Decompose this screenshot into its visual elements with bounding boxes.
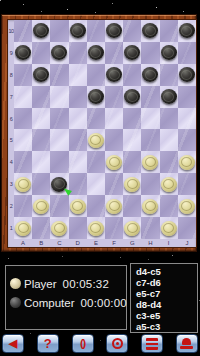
square-f6[interactable] [105,108,123,130]
dark-piece[interactable] [179,67,195,82]
dark-piece[interactable] [33,23,49,38]
square-a4[interactable] [14,151,32,173]
square-i2[interactable] [160,195,178,217]
square-e3[interactable] [87,173,105,195]
file-label: E [87,239,105,247]
square-f4[interactable] [105,151,123,173]
square-j2[interactable] [178,195,196,217]
square-h7[interactable] [141,86,159,108]
square-b7[interactable] [32,86,50,108]
exit-button[interactable] [176,334,198,353]
square-c5[interactable] [50,129,68,151]
square-c3[interactable] [50,173,68,195]
square-e5[interactable] [87,129,105,151]
square-c8[interactable] [50,64,68,86]
computer-clock: 00:00:00 [81,297,127,309]
back-arrow-icon: ◀ [9,338,17,349]
square-h2[interactable] [141,195,159,217]
square-e7[interactable] [87,86,105,108]
square-d9[interactable] [69,42,87,64]
dark-piece[interactable] [142,23,158,38]
square-i8[interactable] [160,64,178,86]
square-f2[interactable] [105,195,123,217]
square-e1[interactable] [87,217,105,239]
move-entry: c3-e5 [136,310,197,321]
square-e10[interactable] [87,20,105,42]
dark-piece[interactable] [88,89,104,104]
light-piece[interactable] [33,199,49,214]
square-h8[interactable] [141,64,159,86]
computer-row: Computer 00:00:00 [10,293,126,312]
file-label: G [123,239,141,247]
square-i6[interactable] [160,108,178,130]
light-piece[interactable] [161,177,177,192]
square-g6[interactable] [123,108,141,130]
light-piece[interactable] [124,177,140,192]
square-a10[interactable] [14,20,32,42]
square-j5[interactable] [178,129,196,151]
square-h5[interactable] [141,129,159,151]
square-b4[interactable] [32,151,50,173]
square-g1[interactable] [123,217,141,239]
square-f1[interactable] [105,217,123,239]
eye-icon [112,338,123,349]
square-h9[interactable] [141,42,159,64]
light-piece[interactable] [15,177,31,192]
square-b1[interactable] [32,217,50,239]
move-entry: e5-c7 [136,288,197,299]
square-f8[interactable] [105,64,123,86]
light-piece-icon [10,278,21,289]
file-labels: ABCDEFGHIJ [14,239,196,247]
dark-piece[interactable] [33,67,49,82]
light-piece[interactable] [88,221,104,236]
light-piece[interactable] [124,221,140,236]
light-piece[interactable] [15,221,31,236]
square-j6[interactable] [178,108,196,130]
file-label: D [69,239,87,247]
square-e4[interactable] [87,151,105,173]
square-g3[interactable] [123,173,141,195]
square-f3[interactable] [105,173,123,195]
square-c10[interactable] [50,20,68,42]
square-a7[interactable] [14,86,32,108]
square-g7[interactable] [123,86,141,108]
square-c1[interactable] [50,217,68,239]
dark-piece[interactable] [70,23,86,38]
move-entry: d4-c5 [136,266,197,277]
square-a9[interactable] [14,42,32,64]
square-j4[interactable] [178,151,196,173]
dark-piece[interactable] [124,89,140,104]
dark-piece[interactable] [179,23,195,38]
square-a3[interactable] [14,173,32,195]
exit-icon [180,338,193,349]
square-h10[interactable] [141,20,159,42]
dark-piece[interactable] [106,23,122,38]
square-a2[interactable] [14,195,32,217]
question-mark-icon: ? [44,337,52,350]
square-e2[interactable] [87,195,105,217]
square-f9[interactable] [105,42,123,64]
dark-piece[interactable] [51,177,67,192]
square-e6[interactable] [87,108,105,130]
square-c9[interactable] [50,42,68,64]
dark-piece[interactable] [106,67,122,82]
square-a5[interactable] [14,129,32,151]
square-f5[interactable] [105,129,123,151]
light-piece[interactable] [142,199,158,214]
player-name: Player [24,278,57,290]
square-b10[interactable] [32,20,50,42]
checkers-board[interactable] [14,20,196,239]
light-piece[interactable] [70,199,86,214]
square-f7[interactable] [105,86,123,108]
light-piece[interactable] [106,155,122,170]
dark-piece-icon [10,297,21,308]
file-label: H [141,239,159,247]
file-label: A [14,239,32,247]
dark-piece[interactable] [51,45,67,60]
file-label: F [105,239,123,247]
light-piece[interactable] [179,155,195,170]
square-j9[interactable] [178,42,196,64]
square-d6[interactable] [69,108,87,130]
square-i1[interactable] [160,217,178,239]
light-piece[interactable] [88,133,104,148]
square-i10[interactable] [160,20,178,42]
square-a1[interactable] [14,217,32,239]
move-entry: d8-d4 [136,299,197,310]
restart-button[interactable]: () [72,334,94,353]
dark-piece[interactable] [161,45,177,60]
square-d8[interactable] [69,64,87,86]
square-i4[interactable] [160,151,178,173]
square-g10[interactable] [123,20,141,42]
square-e8[interactable] [87,64,105,86]
square-g5[interactable] [123,129,141,151]
square-g2[interactable] [123,195,141,217]
menu-button[interactable] [141,334,163,353]
light-piece[interactable] [142,155,158,170]
square-g9[interactable] [123,42,141,64]
computer-name: Computer [24,297,75,309]
hamburger-menu-icon [146,338,158,350]
square-d1[interactable] [69,217,87,239]
board-frame: 10987654321 ABCDEFGHIJ [1,14,197,252]
square-h3[interactable] [141,173,159,195]
move-list[interactable]: d4-c5c7-d6e5-c7d8-d4c3-e5a5-c3 [130,263,198,333]
dark-piece[interactable] [124,45,140,60]
square-b2[interactable] [32,195,50,217]
file-label: C [50,239,68,247]
square-j1[interactable] [178,217,196,239]
square-b9[interactable] [32,42,50,64]
circular-arrows-icon: () [80,338,85,349]
square-j3[interactable] [178,173,196,195]
square-j10[interactable] [178,20,196,42]
player-clock: 00:05:32 [63,278,109,290]
toolbar: ◀?() [2,334,198,353]
app-screen: 10987654321 ABCDEFGHIJ Player 00:05:32 C… [0,0,200,356]
square-g8[interactable] [123,64,141,86]
dark-piece[interactable] [142,67,158,82]
square-d4[interactable] [69,151,87,173]
square-g4[interactable] [123,151,141,173]
square-c6[interactable] [50,108,68,130]
square-c2[interactable] [50,195,68,217]
square-j7[interactable] [178,86,196,108]
square-b6[interactable] [32,108,50,130]
square-i9[interactable] [160,42,178,64]
file-label: B [32,239,50,247]
square-d10[interactable] [69,20,87,42]
square-d5[interactable] [69,129,87,151]
hint-button[interactable]: ? [37,334,59,353]
undo-button[interactable]: ◀ [2,334,24,353]
square-c7[interactable] [50,86,68,108]
square-d7[interactable] [69,86,87,108]
square-e9[interactable] [87,42,105,64]
square-c4[interactable] [50,151,68,173]
square-i3[interactable] [160,173,178,195]
player-row: Player 00:05:32 [10,274,126,293]
light-piece[interactable] [161,221,177,236]
square-j8[interactable] [178,64,196,86]
move-entry: a5-c3 [136,321,197,332]
file-label: J [178,239,196,247]
dark-piece[interactable] [15,45,31,60]
light-piece[interactable] [51,221,67,236]
square-b5[interactable] [32,129,50,151]
square-d2[interactable] [69,195,87,217]
board-inner: 10987654321 ABCDEFGHIJ [8,20,196,247]
light-piece[interactable] [106,199,122,214]
view-button[interactable] [106,334,128,353]
square-a6[interactable] [14,108,32,130]
square-f10[interactable] [105,20,123,42]
square-h1[interactable] [141,217,159,239]
light-piece[interactable] [179,199,195,214]
square-i7[interactable] [160,86,178,108]
dark-piece[interactable] [161,89,177,104]
dark-piece[interactable] [88,45,104,60]
square-h4[interactable] [141,151,159,173]
square-b8[interactable] [32,64,50,86]
move-entry: c7-d6 [136,277,197,288]
square-i5[interactable] [160,129,178,151]
square-b3[interactable] [32,173,50,195]
players-panel: Player 00:05:32 Computer 00:00:00 [5,265,127,330]
square-a8[interactable] [14,64,32,86]
file-label: I [160,239,178,247]
square-h6[interactable] [141,108,159,130]
